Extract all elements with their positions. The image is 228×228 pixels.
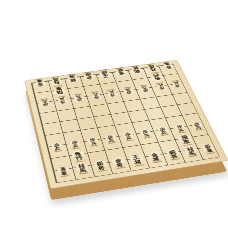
piece-kanji: 将 <box>100 70 108 74</box>
piece-kanji: 馬 <box>148 64 155 68</box>
piece-kanji: 車 <box>60 171 67 176</box>
piece-gote-pawn[interactable]: 歩兵 <box>39 98 53 108</box>
piece-gote-pawn[interactable]: 歩兵 <box>72 93 86 103</box>
piece-gote-lance[interactable]: 香車 <box>161 61 176 70</box>
piece-sente-king[interactable]: 王将 <box>127 153 147 167</box>
piece-kanji: 兵 <box>161 131 168 135</box>
piece-kanji: 兵 <box>195 125 202 129</box>
piece-kanji: 将 <box>152 157 160 162</box>
piece-kanji: 兵 <box>125 88 131 92</box>
piece-kanji: 兵 <box>143 133 150 137</box>
piece-kanji: 行 <box>75 156 83 162</box>
piece-gote-pawn[interactable]: 歩兵 <box>170 80 184 89</box>
piece-kanji: 兵 <box>126 136 133 140</box>
piece-kanji: 兵 <box>173 81 179 85</box>
piece-kanji: 兵 <box>54 146 61 151</box>
piece-sente-silver[interactable]: 銀将 <box>92 159 110 173</box>
piece-sente-pawn[interactable]: 歩兵 <box>190 121 206 131</box>
piece-kanji: 将 <box>132 66 139 70</box>
product-photo: 香車桂馬銀将金将玉将金将銀将桂馬香車飛車角行歩兵歩兵歩兵歩兵歩兵歩兵歩兵歩兵歩兵… <box>0 0 228 228</box>
piece-gote-pawn[interactable]: 歩兵 <box>122 87 136 96</box>
piece-sente-knight[interactable]: 桂馬 <box>182 145 200 157</box>
piece-kanji: 馬 <box>53 77 59 81</box>
piece-gote-bishop[interactable]: 角行 <box>148 72 165 83</box>
piece-kanji: 将 <box>69 75 76 79</box>
piece-gote-gold[interactable]: 金将 <box>113 67 129 77</box>
piece-gote-pawn[interactable]: 歩兵 <box>138 84 152 93</box>
piece-kanji: 将 <box>116 162 124 167</box>
piece-sente-pawn[interactable]: 歩兵 <box>86 136 101 147</box>
piece-kanji: 馬 <box>79 168 87 173</box>
piece-gote-rook[interactable]: 飛車 <box>51 85 67 96</box>
piece-gote-silver[interactable]: 銀将 <box>129 65 145 75</box>
piece-gote-king[interactable]: 玉将 <box>97 69 114 80</box>
piece-kanji: 車 <box>55 86 62 91</box>
piece-kanji: 兵 <box>90 141 97 145</box>
piece-sente-silver[interactable]: 銀将 <box>164 148 183 161</box>
piece-gote-pawn[interactable]: 歩兵 <box>89 91 103 100</box>
piece-gote-pawn[interactable]: 歩兵 <box>105 89 119 98</box>
piece-sente-pawn[interactable]: 歩兵 <box>173 123 189 133</box>
piece-kanji: 兵 <box>72 144 79 148</box>
piece-sente-pawn[interactable]: 歩兵 <box>156 126 171 137</box>
piece-kanji: 将 <box>97 165 105 171</box>
piece-gote-knight[interactable]: 桂馬 <box>49 76 63 86</box>
piece-gote-lance[interactable]: 香車 <box>33 78 47 88</box>
piece-kanji: 兵 <box>157 83 163 87</box>
piece-sente-knight[interactable]: 桂馬 <box>74 162 91 175</box>
piece-kanji: 兵 <box>109 90 115 94</box>
piece-kanji: 兵 <box>59 97 65 101</box>
piece-sente-gold[interactable]: 金将 <box>110 156 128 169</box>
piece-gote-gold[interactable]: 金将 <box>81 71 97 81</box>
piece-sente-lance[interactable]: 香車 <box>200 143 217 155</box>
piece-kanji: 兵 <box>75 95 81 99</box>
piece-sente-rook[interactable]: 飛車 <box>176 133 195 146</box>
pieces-layer: 香車桂馬銀将金将玉将金将銀将桂馬香車飛車角行歩兵歩兵歩兵歩兵歩兵歩兵歩兵歩兵歩兵… <box>31 64 220 184</box>
board-perspective-wrap: 香車桂馬銀将金将玉将金将銀将桂馬香車飛車角行歩兵歩兵歩兵歩兵歩兵歩兵歩兵歩兵歩兵… <box>0 0 228 228</box>
piece-sente-pawn[interactable]: 歩兵 <box>68 139 83 150</box>
piece-kanji: 将 <box>117 68 124 72</box>
piece-kanji: 将 <box>170 154 178 159</box>
piece-kanji: 兵 <box>108 138 115 142</box>
piece-sente-pawn[interactable]: 歩兵 <box>138 128 153 139</box>
piece-sente-pawn[interactable]: 歩兵 <box>103 133 118 144</box>
piece-sente-pawn[interactable]: 歩兵 <box>121 131 136 142</box>
piece-kanji: 将 <box>85 73 92 77</box>
piece-kanji: 車 <box>164 62 171 66</box>
piece-kanji: 兵 <box>92 92 98 96</box>
piece-gote-knight[interactable]: 桂馬 <box>145 63 160 72</box>
piece-kanji: 兵 <box>141 86 147 90</box>
piece-kanji: 兵 <box>178 128 185 132</box>
piece-kanji: 車 <box>182 139 191 144</box>
piece-kanji: 将 <box>134 159 143 165</box>
piece-gote-pawn[interactable]: 歩兵 <box>55 96 69 106</box>
piece-kanji: 車 <box>37 79 43 83</box>
piece-gote-pawn[interactable]: 歩兵 <box>154 82 168 91</box>
piece-sente-bishop[interactable]: 角行 <box>69 149 87 163</box>
piece-sente-pawn[interactable]: 歩兵 <box>50 141 65 152</box>
piece-kanji: 行 <box>152 73 160 77</box>
piece-sente-lance[interactable]: 香車 <box>55 165 71 178</box>
piece-gote-silver[interactable]: 銀将 <box>65 73 80 83</box>
piece-sente-gold[interactable]: 金将 <box>146 150 165 163</box>
piece-kanji: 車 <box>206 148 214 153</box>
piece-kanji: 馬 <box>188 151 196 156</box>
piece-kanji: 兵 <box>42 99 48 103</box>
